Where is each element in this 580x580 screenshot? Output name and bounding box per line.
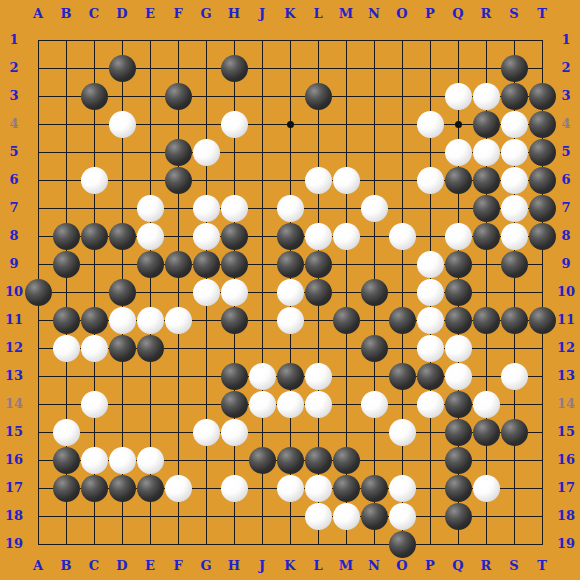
intersection-d7[interactable] xyxy=(108,194,136,222)
intersection-a9[interactable] xyxy=(24,250,52,278)
intersection-n5[interactable] xyxy=(360,138,388,166)
intersection-l2[interactable] xyxy=(304,54,332,82)
intersection-c8[interactable] xyxy=(80,222,108,250)
intersection-l7[interactable] xyxy=(304,194,332,222)
intersection-g9[interactable] xyxy=(192,250,220,278)
intersection-e19[interactable] xyxy=(136,530,164,558)
intersection-f10[interactable] xyxy=(164,278,192,306)
intersection-m9[interactable] xyxy=(332,250,360,278)
intersection-r16[interactable] xyxy=(472,446,500,474)
intersection-q14[interactable] xyxy=(444,390,472,418)
intersection-h8[interactable] xyxy=(220,222,248,250)
intersection-k15[interactable] xyxy=(276,418,304,446)
intersection-m4[interactable] xyxy=(332,110,360,138)
intersection-n11[interactable] xyxy=(360,306,388,334)
intersection-d15[interactable] xyxy=(108,418,136,446)
intersection-d5[interactable] xyxy=(108,138,136,166)
intersection-j5[interactable] xyxy=(248,138,276,166)
intersection-c15[interactable] xyxy=(80,418,108,446)
intersection-a19[interactable] xyxy=(24,530,52,558)
intersection-b14[interactable] xyxy=(52,390,80,418)
intersection-d19[interactable] xyxy=(108,530,136,558)
intersection-j17[interactable] xyxy=(248,474,276,502)
intersection-r19[interactable] xyxy=(472,530,500,558)
intersection-f4[interactable] xyxy=(164,110,192,138)
intersection-c11[interactable] xyxy=(80,306,108,334)
intersection-c3[interactable] xyxy=(80,82,108,110)
intersection-m17[interactable] xyxy=(332,474,360,502)
intersection-k11[interactable] xyxy=(276,306,304,334)
intersection-o19[interactable] xyxy=(388,530,416,558)
intersection-a11[interactable] xyxy=(24,306,52,334)
intersection-l5[interactable] xyxy=(304,138,332,166)
intersection-k4[interactable] xyxy=(276,110,304,138)
intersection-b7[interactable] xyxy=(52,194,80,222)
intersection-j16[interactable] xyxy=(248,446,276,474)
intersection-p16[interactable] xyxy=(416,446,444,474)
intersection-c4[interactable] xyxy=(80,110,108,138)
intersection-m1[interactable] xyxy=(332,26,360,54)
intersection-c19[interactable] xyxy=(80,530,108,558)
intersection-s5[interactable] xyxy=(500,138,528,166)
intersection-n16[interactable] xyxy=(360,446,388,474)
intersection-g10[interactable] xyxy=(192,278,220,306)
intersection-p2[interactable] xyxy=(416,54,444,82)
intersection-q3[interactable] xyxy=(444,82,472,110)
intersection-b12[interactable] xyxy=(52,334,80,362)
intersection-n9[interactable] xyxy=(360,250,388,278)
intersection-c5[interactable] xyxy=(80,138,108,166)
intersection-r11[interactable] xyxy=(472,306,500,334)
intersection-f16[interactable] xyxy=(164,446,192,474)
intersection-f2[interactable] xyxy=(164,54,192,82)
intersection-s19[interactable] xyxy=(500,530,528,558)
intersection-b11[interactable] xyxy=(52,306,80,334)
intersection-g15[interactable] xyxy=(192,418,220,446)
intersection-s12[interactable] xyxy=(500,334,528,362)
intersection-o8[interactable] xyxy=(388,222,416,250)
intersection-p15[interactable] xyxy=(416,418,444,446)
intersection-k1[interactable] xyxy=(276,26,304,54)
intersection-a15[interactable] xyxy=(24,418,52,446)
intersection-b13[interactable] xyxy=(52,362,80,390)
intersection-h19[interactable] xyxy=(220,530,248,558)
intersection-p17[interactable] xyxy=(416,474,444,502)
intersection-b9[interactable] xyxy=(52,250,80,278)
intersection-g13[interactable] xyxy=(192,362,220,390)
intersection-r4[interactable] xyxy=(472,110,500,138)
intersection-g2[interactable] xyxy=(192,54,220,82)
intersection-a7[interactable] xyxy=(24,194,52,222)
intersection-c2[interactable] xyxy=(80,54,108,82)
intersection-p5[interactable] xyxy=(416,138,444,166)
intersection-j1[interactable] xyxy=(248,26,276,54)
intersection-l1[interactable] xyxy=(304,26,332,54)
intersection-q19[interactable] xyxy=(444,530,472,558)
intersection-c6[interactable] xyxy=(80,166,108,194)
intersection-r13[interactable] xyxy=(472,362,500,390)
intersection-g8[interactable] xyxy=(192,222,220,250)
intersection-h3[interactable] xyxy=(220,82,248,110)
intersection-j7[interactable] xyxy=(248,194,276,222)
intersection-e2[interactable] xyxy=(136,54,164,82)
intersection-o3[interactable] xyxy=(388,82,416,110)
intersection-d10[interactable] xyxy=(108,278,136,306)
intersection-k2[interactable] xyxy=(276,54,304,82)
intersection-j3[interactable] xyxy=(248,82,276,110)
intersection-j15[interactable] xyxy=(248,418,276,446)
intersection-o14[interactable] xyxy=(388,390,416,418)
intersection-o17[interactable] xyxy=(388,474,416,502)
intersection-o1[interactable] xyxy=(388,26,416,54)
intersection-k5[interactable] xyxy=(276,138,304,166)
intersection-m10[interactable] xyxy=(332,278,360,306)
intersection-s6[interactable] xyxy=(500,166,528,194)
intersection-g1[interactable] xyxy=(192,26,220,54)
intersection-c1[interactable] xyxy=(80,26,108,54)
intersection-h17[interactable] xyxy=(220,474,248,502)
intersection-l12[interactable] xyxy=(304,334,332,362)
intersection-h2[interactable] xyxy=(220,54,248,82)
intersection-a12[interactable] xyxy=(24,334,52,362)
intersection-b16[interactable] xyxy=(52,446,80,474)
intersection-f14[interactable] xyxy=(164,390,192,418)
intersection-q12[interactable] xyxy=(444,334,472,362)
intersection-q4[interactable] xyxy=(444,110,472,138)
intersection-n17[interactable] xyxy=(360,474,388,502)
intersection-j8[interactable] xyxy=(248,222,276,250)
intersection-a10[interactable] xyxy=(24,278,52,306)
intersection-d4[interactable] xyxy=(108,110,136,138)
intersection-a18[interactable] xyxy=(24,502,52,530)
intersection-f1[interactable] xyxy=(164,26,192,54)
intersection-s13[interactable] xyxy=(500,362,528,390)
intersection-d13[interactable] xyxy=(108,362,136,390)
intersection-j18[interactable] xyxy=(248,502,276,530)
intersection-b8[interactable] xyxy=(52,222,80,250)
intersection-b10[interactable] xyxy=(52,278,80,306)
intersection-g3[interactable] xyxy=(192,82,220,110)
intersection-f3[interactable] xyxy=(164,82,192,110)
intersection-c10[interactable] xyxy=(80,278,108,306)
intersection-d1[interactable] xyxy=(108,26,136,54)
intersection-g5[interactable] xyxy=(192,138,220,166)
intersection-n15[interactable] xyxy=(360,418,388,446)
intersection-j4[interactable] xyxy=(248,110,276,138)
intersection-s9[interactable] xyxy=(500,250,528,278)
intersection-m12[interactable] xyxy=(332,334,360,362)
intersection-j11[interactable] xyxy=(248,306,276,334)
intersection-f6[interactable] xyxy=(164,166,192,194)
intersection-f17[interactable] xyxy=(164,474,192,502)
intersection-k3[interactable] xyxy=(276,82,304,110)
intersection-a2[interactable] xyxy=(24,54,52,82)
intersection-d6[interactable] xyxy=(108,166,136,194)
intersection-k17[interactable] xyxy=(276,474,304,502)
intersection-d17[interactable] xyxy=(108,474,136,502)
intersection-q1[interactable] xyxy=(444,26,472,54)
intersection-g16[interactable] xyxy=(192,446,220,474)
intersection-p13[interactable] xyxy=(416,362,444,390)
intersection-l19[interactable] xyxy=(304,530,332,558)
intersection-h15[interactable] xyxy=(220,418,248,446)
intersection-r14[interactable] xyxy=(472,390,500,418)
intersection-d8[interactable] xyxy=(108,222,136,250)
intersection-k19[interactable] xyxy=(276,530,304,558)
intersection-m14[interactable] xyxy=(332,390,360,418)
intersection-l15[interactable] xyxy=(304,418,332,446)
intersection-r10[interactable] xyxy=(472,278,500,306)
intersection-e7[interactable] xyxy=(136,194,164,222)
intersection-n6[interactable] xyxy=(360,166,388,194)
intersection-a4[interactable] xyxy=(24,110,52,138)
intersection-b15[interactable] xyxy=(52,418,80,446)
intersection-h11[interactable] xyxy=(220,306,248,334)
intersection-g18[interactable] xyxy=(192,502,220,530)
intersection-l11[interactable] xyxy=(304,306,332,334)
intersection-r15[interactable] xyxy=(472,418,500,446)
intersection-p3[interactable] xyxy=(416,82,444,110)
intersection-h4[interactable] xyxy=(220,110,248,138)
intersection-c16[interactable] xyxy=(80,446,108,474)
intersection-n19[interactable] xyxy=(360,530,388,558)
intersection-e5[interactable] xyxy=(136,138,164,166)
intersection-o9[interactable] xyxy=(388,250,416,278)
intersection-n4[interactable] xyxy=(360,110,388,138)
intersection-s3[interactable] xyxy=(500,82,528,110)
intersection-l3[interactable] xyxy=(304,82,332,110)
intersection-k6[interactable] xyxy=(276,166,304,194)
intersection-d12[interactable] xyxy=(108,334,136,362)
intersection-s16[interactable] xyxy=(500,446,528,474)
intersection-a6[interactable] xyxy=(24,166,52,194)
intersection-l9[interactable] xyxy=(304,250,332,278)
intersection-n3[interactable] xyxy=(360,82,388,110)
intersection-q8[interactable] xyxy=(444,222,472,250)
intersection-m2[interactable] xyxy=(332,54,360,82)
intersection-g6[interactable] xyxy=(192,166,220,194)
intersection-q2[interactable] xyxy=(444,54,472,82)
intersection-b1[interactable] xyxy=(52,26,80,54)
intersection-q7[interactable] xyxy=(444,194,472,222)
intersection-a3[interactable] xyxy=(24,82,52,110)
intersection-o7[interactable] xyxy=(388,194,416,222)
intersection-l8[interactable] xyxy=(304,222,332,250)
intersection-c12[interactable] xyxy=(80,334,108,362)
intersection-q17[interactable] xyxy=(444,474,472,502)
intersection-n2[interactable] xyxy=(360,54,388,82)
intersection-e15[interactable] xyxy=(136,418,164,446)
intersection-n8[interactable] xyxy=(360,222,388,250)
intersection-j14[interactable] xyxy=(248,390,276,418)
intersection-n18[interactable] xyxy=(360,502,388,530)
intersection-m19[interactable] xyxy=(332,530,360,558)
intersection-e8[interactable] xyxy=(136,222,164,250)
intersection-r6[interactable] xyxy=(472,166,500,194)
intersection-p7[interactable] xyxy=(416,194,444,222)
intersection-b17[interactable] xyxy=(52,474,80,502)
intersection-b6[interactable] xyxy=(52,166,80,194)
intersection-e13[interactable] xyxy=(136,362,164,390)
intersection-k16[interactable] xyxy=(276,446,304,474)
intersection-j9[interactable] xyxy=(248,250,276,278)
intersection-a16[interactable] xyxy=(24,446,52,474)
intersection-o12[interactable] xyxy=(388,334,416,362)
intersection-d16[interactable] xyxy=(108,446,136,474)
intersection-p1[interactable] xyxy=(416,26,444,54)
intersection-q10[interactable] xyxy=(444,278,472,306)
intersection-h14[interactable] xyxy=(220,390,248,418)
intersection-d3[interactable] xyxy=(108,82,136,110)
intersection-s14[interactable] xyxy=(500,390,528,418)
intersection-c9[interactable] xyxy=(80,250,108,278)
intersection-e14[interactable] xyxy=(136,390,164,418)
intersection-o18[interactable] xyxy=(388,502,416,530)
intersection-s10[interactable] xyxy=(500,278,528,306)
intersection-j13[interactable] xyxy=(248,362,276,390)
intersection-q16[interactable] xyxy=(444,446,472,474)
intersection-g12[interactable] xyxy=(192,334,220,362)
intersection-b3[interactable] xyxy=(52,82,80,110)
intersection-g4[interactable] xyxy=(192,110,220,138)
intersection-r17[interactable] xyxy=(472,474,500,502)
intersection-r2[interactable] xyxy=(472,54,500,82)
intersection-l4[interactable] xyxy=(304,110,332,138)
intersection-m18[interactable] xyxy=(332,502,360,530)
intersection-o5[interactable] xyxy=(388,138,416,166)
intersection-k8[interactable] xyxy=(276,222,304,250)
intersection-p8[interactable] xyxy=(416,222,444,250)
intersection-b2[interactable] xyxy=(52,54,80,82)
intersection-f15[interactable] xyxy=(164,418,192,446)
intersection-n1[interactable] xyxy=(360,26,388,54)
intersection-m16[interactable] xyxy=(332,446,360,474)
intersection-l16[interactable] xyxy=(304,446,332,474)
intersection-q5[interactable] xyxy=(444,138,472,166)
intersection-p6[interactable] xyxy=(416,166,444,194)
intersection-s8[interactable] xyxy=(500,222,528,250)
intersection-l10[interactable] xyxy=(304,278,332,306)
intersection-d18[interactable] xyxy=(108,502,136,530)
intersection-d9[interactable] xyxy=(108,250,136,278)
intersection-g11[interactable] xyxy=(192,306,220,334)
intersection-j12[interactable] xyxy=(248,334,276,362)
intersection-s1[interactable] xyxy=(500,26,528,54)
intersection-n7[interactable] xyxy=(360,194,388,222)
intersection-s2[interactable] xyxy=(500,54,528,82)
intersection-p12[interactable] xyxy=(416,334,444,362)
intersection-m8[interactable] xyxy=(332,222,360,250)
intersection-g14[interactable] xyxy=(192,390,220,418)
intersection-m5[interactable] xyxy=(332,138,360,166)
intersection-f19[interactable] xyxy=(164,530,192,558)
intersection-e12[interactable] xyxy=(136,334,164,362)
intersection-q9[interactable] xyxy=(444,250,472,278)
intersection-q18[interactable] xyxy=(444,502,472,530)
intersection-p14[interactable] xyxy=(416,390,444,418)
intersection-g17[interactable] xyxy=(192,474,220,502)
intersection-r8[interactable] xyxy=(472,222,500,250)
intersection-a13[interactable] xyxy=(24,362,52,390)
intersection-s18[interactable] xyxy=(500,502,528,530)
intersection-h10[interactable] xyxy=(220,278,248,306)
intersection-c14[interactable] xyxy=(80,390,108,418)
intersection-a1[interactable] xyxy=(24,26,52,54)
intersection-e18[interactable] xyxy=(136,502,164,530)
intersection-c17[interactable] xyxy=(80,474,108,502)
intersection-m6[interactable] xyxy=(332,166,360,194)
intersection-r3[interactable] xyxy=(472,82,500,110)
intersection-d2[interactable] xyxy=(108,54,136,82)
intersection-o13[interactable] xyxy=(388,362,416,390)
intersection-d11[interactable] xyxy=(108,306,136,334)
intersection-o6[interactable] xyxy=(388,166,416,194)
intersection-p19[interactable] xyxy=(416,530,444,558)
intersection-f9[interactable] xyxy=(164,250,192,278)
intersection-q13[interactable] xyxy=(444,362,472,390)
intersection-o10[interactable] xyxy=(388,278,416,306)
intersection-m3[interactable] xyxy=(332,82,360,110)
intersection-p18[interactable] xyxy=(416,502,444,530)
intersection-r7[interactable] xyxy=(472,194,500,222)
intersection-q6[interactable] xyxy=(444,166,472,194)
intersection-h7[interactable] xyxy=(220,194,248,222)
intersection-l17[interactable] xyxy=(304,474,332,502)
intersection-m13[interactable] xyxy=(332,362,360,390)
intersection-s17[interactable] xyxy=(500,474,528,502)
intersection-k10[interactable] xyxy=(276,278,304,306)
intersection-s7[interactable] xyxy=(500,194,528,222)
intersection-b19[interactable] xyxy=(52,530,80,558)
intersection-p11[interactable] xyxy=(416,306,444,334)
intersection-p9[interactable] xyxy=(416,250,444,278)
intersection-o15[interactable] xyxy=(388,418,416,446)
intersection-l18[interactable] xyxy=(304,502,332,530)
intersection-j10[interactable] xyxy=(248,278,276,306)
intersection-o16[interactable] xyxy=(388,446,416,474)
intersection-j2[interactable] xyxy=(248,54,276,82)
intersection-s11[interactable] xyxy=(500,306,528,334)
intersection-h12[interactable] xyxy=(220,334,248,362)
intersection-e4[interactable] xyxy=(136,110,164,138)
intersection-j19[interactable] xyxy=(248,530,276,558)
intersection-l6[interactable] xyxy=(304,166,332,194)
intersection-n12[interactable] xyxy=(360,334,388,362)
intersection-h5[interactable] xyxy=(220,138,248,166)
intersection-f11[interactable] xyxy=(164,306,192,334)
intersection-r18[interactable] xyxy=(472,502,500,530)
intersection-h1[interactable] xyxy=(220,26,248,54)
intersection-d14[interactable] xyxy=(108,390,136,418)
intersection-p4[interactable] xyxy=(416,110,444,138)
intersection-h9[interactable] xyxy=(220,250,248,278)
intersection-o4[interactable] xyxy=(388,110,416,138)
intersection-q15[interactable] xyxy=(444,418,472,446)
intersection-e6[interactable] xyxy=(136,166,164,194)
intersection-h16[interactable] xyxy=(220,446,248,474)
intersection-c7[interactable] xyxy=(80,194,108,222)
intersection-n13[interactable] xyxy=(360,362,388,390)
intersection-k13[interactable] xyxy=(276,362,304,390)
intersection-n14[interactable] xyxy=(360,390,388,418)
intersection-m11[interactable] xyxy=(332,306,360,334)
intersection-k18[interactable] xyxy=(276,502,304,530)
intersection-b5[interactable] xyxy=(52,138,80,166)
intersection-k9[interactable] xyxy=(276,250,304,278)
intersection-b4[interactable] xyxy=(52,110,80,138)
intersection-e9[interactable] xyxy=(136,250,164,278)
intersection-f18[interactable] xyxy=(164,502,192,530)
